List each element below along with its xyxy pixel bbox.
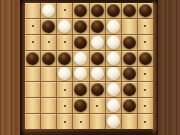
board-cell-r8c3[interactable] [57,114,72,129]
board-cell-r5c7[interactable] [122,67,137,82]
cell-center-dot [144,105,146,107]
board-cell-r5c3[interactable] [57,67,72,82]
board-cell-r6c3[interactable] [57,82,72,97]
board-cell-r3c7[interactable] [122,35,137,50]
board-cell-r6c6[interactable] [106,82,121,97]
white-stone [107,52,120,65]
board-cell-r6c1[interactable] [25,82,40,97]
board-cell-r8c5[interactable] [90,114,105,129]
cell-center-dot [144,89,146,91]
black-stone [123,83,136,96]
board-cell-r5c8[interactable] [138,67,153,82]
cell-center-dot [64,121,66,123]
board-cell-r8c4[interactable] [73,114,88,129]
board-cell-r3c3[interactable] [57,35,72,50]
cell-center-dot [48,41,50,43]
black-stone [123,36,136,49]
board-cell-r2c7[interactable] [122,19,137,34]
game-screen [0,0,180,135]
black-stone [123,4,136,17]
board-cell-r4c2[interactable] [41,51,56,66]
board-cell-r4c6[interactable] [106,51,121,66]
board-cell-r1c8[interactable] [138,3,153,18]
board-grid [25,3,153,129]
black-stone [123,52,136,65]
board-cell-r8c6[interactable] [106,114,121,129]
board-cell-r1c4[interactable] [73,3,88,18]
cell-center-dot [144,41,146,43]
board-cell-r4c5[interactable] [90,51,105,66]
board-cell-r2c6[interactable] [106,19,121,34]
board-cell-r7c8[interactable] [138,98,153,113]
board-cell-r7c6[interactable] [106,98,121,113]
board-cell-r5c6[interactable] [106,67,121,82]
cell-center-dot [32,25,34,27]
board-cell-r3c6[interactable] [106,35,121,50]
white-stone [107,20,120,33]
board-cell-r2c5[interactable] [90,19,105,34]
black-stone [91,4,104,17]
board-cell-r3c1[interactable] [25,35,40,50]
board-cell-r6c2[interactable] [41,82,56,97]
cell-center-dot [144,121,146,123]
black-stone [74,99,87,112]
board-cell-r2c8[interactable] [138,19,153,34]
white-stone [107,83,120,96]
board-cell-r4c8[interactable] [138,51,153,66]
board-cell-r3c5[interactable] [90,35,105,50]
cell-center-dot [96,105,98,107]
black-stone [91,52,104,65]
black-stone [26,52,39,65]
cell-center-dot [64,89,66,91]
board-cell-r6c8[interactable] [138,82,153,97]
cell-center-dot [64,41,66,43]
board-cell-r5c4[interactable] [73,67,88,82]
black-stone [74,83,87,96]
board-cell-r4c4[interactable] [73,51,88,66]
board-cell-r3c4[interactable] [73,35,88,50]
board-cell-r1c2[interactable] [41,3,56,18]
white-stone [58,20,71,33]
black-stone [91,83,104,96]
white-stone [74,52,87,65]
board-cell-r6c4[interactable] [73,82,88,97]
white-stone [91,67,104,80]
board-cell-r4c7[interactable] [122,51,137,66]
board-cell-r4c3[interactable] [57,51,72,66]
cell-center-dot [64,105,66,107]
board-cell-r6c5[interactable] [90,82,105,97]
board-cell-r7c7[interactable] [122,98,137,113]
black-stone [42,52,55,65]
board-cell-r2c4[interactable] [73,19,88,34]
board-cell-r5c5[interactable] [90,67,105,82]
board-cell-r8c1[interactable] [25,114,40,129]
board-cell-r6c7[interactable] [122,82,137,97]
board-cell-r5c2[interactable] [41,67,56,82]
cell-center-dot [64,9,66,11]
cell-center-dot [80,121,82,123]
white-stone [107,36,120,49]
white-stone [42,4,55,17]
black-stone [74,20,87,33]
white-stone [91,36,104,49]
board-cell-r3c2[interactable] [41,35,56,50]
board-cell-r7c1[interactable] [25,98,40,113]
board-cell-r8c7[interactable] [122,114,137,129]
board-cell-r5c1[interactable] [25,67,40,82]
black-stone [74,36,87,49]
black-stone [139,4,152,17]
black-stone [74,4,87,17]
board-cell-r7c2[interactable] [41,98,56,113]
cell-center-dot [144,25,146,27]
board-cell-r2c3[interactable] [57,19,72,34]
black-stone [107,4,120,17]
black-stone [91,20,104,33]
cell-center-dot [32,41,34,43]
board-cell-r2c2[interactable] [41,19,56,34]
board-cell-r1c3[interactable] [57,3,72,18]
board-cell-r3c8[interactable] [138,35,153,50]
cell-center-dot [144,73,146,75]
board-cell-r1c6[interactable] [106,3,121,18]
board-cell-r7c3[interactable] [57,98,72,113]
black-stone [42,20,55,33]
white-stone [74,67,87,80]
black-stone [123,99,136,112]
board-cell-r7c5[interactable] [90,98,105,113]
white-stone [107,99,120,112]
board-cell-r8c8[interactable] [138,114,153,129]
white-stone [107,115,120,128]
board-cell-r4c1[interactable] [25,51,40,66]
white-stone [58,67,71,80]
board-cell-r2c1[interactable] [25,19,40,34]
black-stone [139,52,152,65]
board-cell-r1c5[interactable] [90,3,105,18]
black-stone [123,67,136,80]
black-stone [58,52,71,65]
board-cell-r7c4[interactable] [73,98,88,113]
board-cell-r8c2[interactable] [41,114,56,129]
board-cell-r1c1[interactable] [25,3,40,18]
board-cell-r1c7[interactable] [122,3,137,18]
white-stone [107,67,120,80]
